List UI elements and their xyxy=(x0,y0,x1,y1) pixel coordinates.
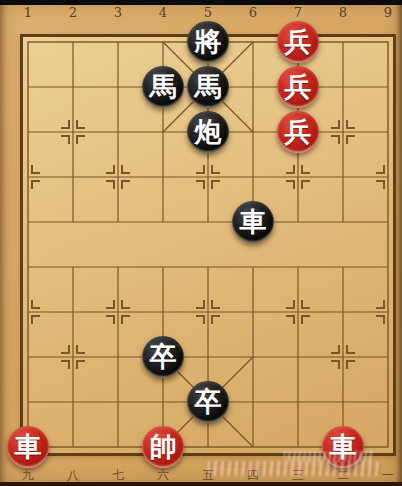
red-soldier-1-glyph: 兵 xyxy=(285,28,312,55)
black-horse-1-glyph: 馬 xyxy=(150,73,177,100)
piece-black-soldier-1[interactable]: 卒 xyxy=(142,336,184,378)
red-soldier-2-glyph: 兵 xyxy=(285,73,312,100)
red-soldier-3-glyph: 兵 xyxy=(285,118,312,145)
black-general-glyph: 將 xyxy=(195,28,222,55)
file-label-bottom-9: 一 xyxy=(378,467,398,483)
file-label-bottom-5: 五 xyxy=(198,467,218,483)
piece-black-horse-1[interactable]: 馬 xyxy=(142,66,184,108)
bottom-letterbox-bar xyxy=(0,482,402,486)
file-label-bottom-1: 九 xyxy=(18,467,38,483)
piece-black-general[interactable]: 將 xyxy=(187,21,229,63)
piece-red-chariot-1[interactable]: 車 xyxy=(7,426,49,468)
piece-black-soldier-2[interactable]: 卒 xyxy=(187,381,229,423)
piece-red-soldier-1[interactable]: 兵 xyxy=(277,21,319,63)
red-general-glyph: 帥 xyxy=(150,433,177,460)
piece-red-chariot-2[interactable]: 車 xyxy=(322,426,364,468)
piece-red-soldier-2[interactable]: 兵 xyxy=(277,66,319,108)
black-chariot-glyph: 車 xyxy=(240,208,267,235)
black-cannon-glyph: 炮 xyxy=(195,118,222,145)
file-label-bottom-2: 八 xyxy=(63,467,83,483)
file-label-bottom-3: 七 xyxy=(108,467,128,483)
red-chariot-1-glyph: 車 xyxy=(15,433,42,460)
piece-red-general[interactable]: 帥 xyxy=(142,426,184,468)
xiangqi-app-screen: 123456789 將馬馬炮車卒卒兵兵兵車帥車 九八七六五四三二一 xyxy=(0,0,402,486)
file-label-bottom-7: 三 xyxy=(288,467,308,483)
black-horse-2-glyph: 馬 xyxy=(195,73,222,100)
file-label-bottom-4: 六 xyxy=(153,467,173,483)
piece-black-cannon[interactable]: 炮 xyxy=(187,111,229,153)
black-soldier-2-glyph: 卒 xyxy=(195,388,222,415)
piece-black-horse-2[interactable]: 馬 xyxy=(187,66,229,108)
piece-black-chariot[interactable]: 車 xyxy=(232,201,274,243)
file-label-bottom-6: 四 xyxy=(243,467,263,483)
file-label-bottom-8: 二 xyxy=(333,467,353,483)
piece-red-soldier-3[interactable]: 兵 xyxy=(277,111,319,153)
black-soldier-1-glyph: 卒 xyxy=(150,343,177,370)
red-chariot-2-glyph: 車 xyxy=(330,433,357,460)
